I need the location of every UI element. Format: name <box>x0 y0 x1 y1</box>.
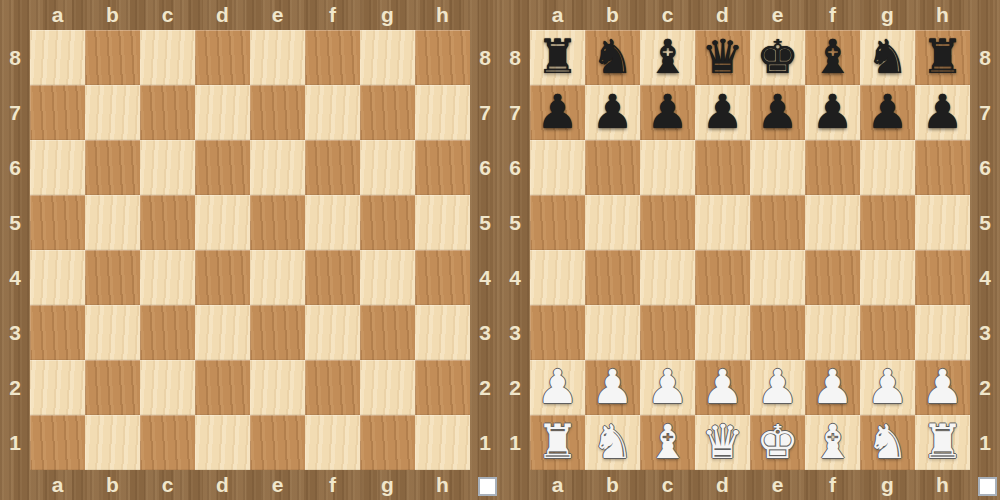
rank-label-right-2: 2 <box>970 360 1000 415</box>
rank-label-left-4: 4 <box>0 250 30 305</box>
square-d2[interactable] <box>195 360 250 415</box>
rank-label-left-8: 8 <box>500 30 530 85</box>
square-h1[interactable]: ♜ <box>915 415 970 470</box>
square-f2[interactable] <box>305 360 360 415</box>
square-f4[interactable] <box>805 250 860 305</box>
square-g1[interactable]: ♞ <box>860 415 915 470</box>
piece-white-pawn[interactable]: ♟ <box>646 363 688 410</box>
square-c4[interactable] <box>640 250 695 305</box>
file-label-bottom-h: h <box>415 470 470 500</box>
square-g6[interactable] <box>860 140 915 195</box>
square-f3[interactable] <box>305 305 360 360</box>
square-g2[interactable]: ♟ <box>860 360 915 415</box>
file-label-top-a: a <box>530 0 585 30</box>
rank-label-right-5: 5 <box>970 195 1000 250</box>
square-c5[interactable] <box>140 195 195 250</box>
piece-white-knight[interactable]: ♞ <box>591 418 633 465</box>
square-d7[interactable] <box>195 85 250 140</box>
square-c6[interactable] <box>640 140 695 195</box>
rank-label-left-5: 5 <box>500 195 530 250</box>
rank-label-left-4: 4 <box>500 250 530 305</box>
piece-white-pawn[interactable]: ♟ <box>921 363 963 410</box>
piece-white-rook[interactable]: ♜ <box>536 418 578 465</box>
square-g3[interactable] <box>360 305 415 360</box>
square-d4[interactable] <box>195 250 250 305</box>
file-label-bottom-d: d <box>695 470 750 500</box>
square-a4[interactable] <box>30 250 85 305</box>
square-e8[interactable] <box>250 30 305 85</box>
square-c1[interactable]: ♝ <box>640 415 695 470</box>
file-label-bottom-a: a <box>30 470 85 500</box>
piece-black-bishop[interactable]: ♝ <box>811 33 853 80</box>
rank-label-right-6: 6 <box>970 140 1000 195</box>
rank-label-right-5: 5 <box>470 195 500 250</box>
rank-label-left-7: 7 <box>500 85 530 140</box>
square-g4[interactable] <box>860 250 915 305</box>
piece-black-pawn[interactable]: ♟ <box>591 88 633 135</box>
piece-white-bishop[interactable]: ♝ <box>811 418 853 465</box>
square-g7[interactable]: ♟ <box>860 85 915 140</box>
frame-corner <box>970 470 1000 500</box>
square-c3[interactable] <box>140 305 195 360</box>
file-label-top-g: g <box>860 0 915 30</box>
piece-white-knight[interactable]: ♞ <box>866 418 908 465</box>
square-e8[interactable]: ♚ <box>750 30 805 85</box>
square-c1[interactable] <box>140 415 195 470</box>
square-a5[interactable] <box>30 195 85 250</box>
square-b1[interactable] <box>85 415 140 470</box>
piece-black-pawn[interactable]: ♟ <box>921 88 963 135</box>
square-e5[interactable] <box>250 195 305 250</box>
square-f1[interactable]: ♝ <box>805 415 860 470</box>
square-e4[interactable] <box>250 250 305 305</box>
square-a3[interactable] <box>30 305 85 360</box>
square-c6[interactable] <box>140 140 195 195</box>
square-f6[interactable] <box>805 140 860 195</box>
frame-corner <box>970 0 1000 30</box>
file-label-top-d: d <box>195 0 250 30</box>
square-c4[interactable] <box>140 250 195 305</box>
rank-label-right-1: 1 <box>970 415 1000 470</box>
rank-label-left-1: 1 <box>0 415 30 470</box>
piece-black-pawn[interactable]: ♟ <box>536 88 578 135</box>
square-h2[interactable]: ♟ <box>915 360 970 415</box>
piece-black-knight[interactable]: ♞ <box>866 33 908 80</box>
file-label-top-c: c <box>140 0 195 30</box>
rank-label-left-2: 2 <box>0 360 30 415</box>
square-d1[interactable] <box>195 415 250 470</box>
piece-white-pawn[interactable]: ♟ <box>866 363 908 410</box>
square-c8[interactable] <box>140 30 195 85</box>
square-f6[interactable] <box>305 140 360 195</box>
board-left: abcdefgh8877665544332211abcdefgh <box>0 0 500 500</box>
rank-label-right-8: 8 <box>470 30 500 85</box>
square-a4[interactable] <box>530 250 585 305</box>
square-h1[interactable] <box>415 415 470 470</box>
piece-black-king[interactable]: ♚ <box>756 33 798 80</box>
rank-label-right-3: 3 <box>470 305 500 360</box>
square-e3[interactable] <box>250 305 305 360</box>
file-label-top-d: d <box>695 0 750 30</box>
square-d3[interactable] <box>195 305 250 360</box>
square-b4[interactable] <box>585 250 640 305</box>
square-f7[interactable] <box>305 85 360 140</box>
frame-corner <box>0 470 30 500</box>
file-label-bottom-b: b <box>585 470 640 500</box>
rank-label-right-8: 8 <box>970 30 1000 85</box>
file-label-top-a: a <box>30 0 85 30</box>
square-a7[interactable]: ♟ <box>530 85 585 140</box>
square-a8[interactable]: ♜ <box>530 30 585 85</box>
piece-black-queen[interactable]: ♛ <box>701 33 743 80</box>
square-a3[interactable] <box>530 305 585 360</box>
file-label-top-c: c <box>640 0 695 30</box>
file-label-bottom-e: e <box>750 470 805 500</box>
square-b3[interactable] <box>85 305 140 360</box>
piece-white-pawn[interactable]: ♟ <box>756 363 798 410</box>
square-c2[interactable] <box>140 360 195 415</box>
file-label-bottom-d: d <box>195 470 250 500</box>
file-label-top-h: h <box>415 0 470 30</box>
square-e6[interactable] <box>250 140 305 195</box>
file-label-bottom-c: c <box>640 470 695 500</box>
piece-white-queen[interactable]: ♛ <box>701 418 743 465</box>
square-b7[interactable] <box>85 85 140 140</box>
square-e7[interactable]: ♟ <box>750 85 805 140</box>
white-to-move-indicator <box>978 477 997 496</box>
rank-label-right-3: 3 <box>970 305 1000 360</box>
square-e4[interactable] <box>750 250 805 305</box>
square-d2[interactable]: ♟ <box>695 360 750 415</box>
rank-label-left-2: 2 <box>500 360 530 415</box>
square-g7[interactable] <box>360 85 415 140</box>
square-b1[interactable]: ♞ <box>585 415 640 470</box>
piece-black-pawn[interactable]: ♟ <box>646 88 688 135</box>
square-a6[interactable] <box>30 140 85 195</box>
square-h6[interactable] <box>915 140 970 195</box>
file-label-top-b: b <box>585 0 640 30</box>
file-label-bottom-h: h <box>915 470 970 500</box>
square-f2[interactable]: ♟ <box>805 360 860 415</box>
frame-corner <box>470 470 500 500</box>
square-d5[interactable] <box>195 195 250 250</box>
square-b6[interactable] <box>85 140 140 195</box>
file-label-top-e: e <box>750 0 805 30</box>
square-a5[interactable] <box>530 195 585 250</box>
piece-white-bishop[interactable]: ♝ <box>646 418 688 465</box>
piece-black-knight[interactable]: ♞ <box>591 33 633 80</box>
square-a6[interactable] <box>530 140 585 195</box>
square-b5[interactable] <box>585 195 640 250</box>
square-a2[interactable] <box>30 360 85 415</box>
square-g6[interactable] <box>360 140 415 195</box>
square-g5[interactable] <box>360 195 415 250</box>
file-label-bottom-e: e <box>250 470 305 500</box>
square-b8[interactable] <box>85 30 140 85</box>
square-g5[interactable] <box>860 195 915 250</box>
square-h4[interactable] <box>415 250 470 305</box>
piece-white-rook[interactable]: ♜ <box>921 418 963 465</box>
square-h3[interactable] <box>915 305 970 360</box>
square-h7[interactable] <box>415 85 470 140</box>
file-label-top-b: b <box>85 0 140 30</box>
square-b4[interactable] <box>85 250 140 305</box>
square-f8[interactable]: ♝ <box>805 30 860 85</box>
piece-black-bishop[interactable]: ♝ <box>646 33 688 80</box>
rank-label-right-1: 1 <box>470 415 500 470</box>
square-d1[interactable]: ♛ <box>695 415 750 470</box>
square-d6[interactable] <box>195 140 250 195</box>
square-h5[interactable] <box>915 195 970 250</box>
file-label-bottom-b: b <box>85 470 140 500</box>
file-label-top-f: f <box>805 0 860 30</box>
square-h5[interactable] <box>415 195 470 250</box>
square-f3[interactable] <box>805 305 860 360</box>
square-d6[interactable] <box>695 140 750 195</box>
square-c5[interactable] <box>640 195 695 250</box>
piece-white-pawn[interactable]: ♟ <box>591 363 633 410</box>
frame-corner <box>500 470 530 500</box>
square-e7[interactable] <box>250 85 305 140</box>
rank-label-right-4: 4 <box>470 250 500 305</box>
white-to-move-indicator <box>478 477 497 496</box>
rank-label-left-5: 5 <box>0 195 30 250</box>
square-h7[interactable]: ♟ <box>915 85 970 140</box>
file-label-bottom-a: a <box>530 470 585 500</box>
square-d7[interactable]: ♟ <box>695 85 750 140</box>
square-g3[interactable] <box>860 305 915 360</box>
square-f5[interactable] <box>805 195 860 250</box>
square-a7[interactable] <box>30 85 85 140</box>
square-e6[interactable] <box>750 140 805 195</box>
square-g1[interactable] <box>360 415 415 470</box>
square-h8[interactable]: ♜ <box>915 30 970 85</box>
rank-label-left-6: 6 <box>500 140 530 195</box>
square-e2[interactable] <box>250 360 305 415</box>
square-d8[interactable] <box>195 30 250 85</box>
square-b2[interactable] <box>85 360 140 415</box>
square-g4[interactable] <box>360 250 415 305</box>
frame-corner <box>500 0 530 30</box>
square-h6[interactable] <box>415 140 470 195</box>
square-d4[interactable] <box>695 250 750 305</box>
rank-label-left-8: 8 <box>0 30 30 85</box>
square-h4[interactable] <box>915 250 970 305</box>
piece-white-pawn[interactable]: ♟ <box>536 363 578 410</box>
board-right: abcdefgh8♜♞♝♛♚♝♞♜87♟♟♟♟♟♟♟♟7665544332♟♟♟… <box>500 0 1000 500</box>
square-f4[interactable] <box>305 250 360 305</box>
square-e3[interactable] <box>750 305 805 360</box>
square-f1[interactable] <box>305 415 360 470</box>
square-g8[interactable] <box>360 30 415 85</box>
square-a1[interactable]: ♜ <box>530 415 585 470</box>
rank-label-left-3: 3 <box>500 305 530 360</box>
frame-corner <box>0 0 30 30</box>
rank-label-left-3: 3 <box>0 305 30 360</box>
square-b2[interactable]: ♟ <box>585 360 640 415</box>
square-c7[interactable]: ♟ <box>640 85 695 140</box>
file-label-top-f: f <box>305 0 360 30</box>
square-b8[interactable]: ♞ <box>585 30 640 85</box>
file-label-bottom-c: c <box>140 470 195 500</box>
file-label-bottom-g: g <box>860 470 915 500</box>
square-e2[interactable]: ♟ <box>750 360 805 415</box>
square-c3[interactable] <box>640 305 695 360</box>
frame-corner <box>470 0 500 30</box>
rank-label-left-7: 7 <box>0 85 30 140</box>
piece-black-rook[interactable]: ♜ <box>921 33 963 80</box>
file-label-bottom-f: f <box>805 470 860 500</box>
square-d8[interactable]: ♛ <box>695 30 750 85</box>
piece-white-king[interactable]: ♚ <box>756 418 798 465</box>
square-f7[interactable]: ♟ <box>805 85 860 140</box>
square-h2[interactable] <box>415 360 470 415</box>
square-h3[interactable] <box>415 305 470 360</box>
square-e5[interactable] <box>750 195 805 250</box>
rank-label-right-4: 4 <box>970 250 1000 305</box>
piece-white-pawn[interactable]: ♟ <box>811 363 853 410</box>
square-e1[interactable]: ♚ <box>750 415 805 470</box>
file-label-bottom-g: g <box>360 470 415 500</box>
square-c7[interactable] <box>140 85 195 140</box>
square-a8[interactable] <box>30 30 85 85</box>
rank-label-right-2: 2 <box>470 360 500 415</box>
square-g2[interactable] <box>360 360 415 415</box>
square-b5[interactable] <box>85 195 140 250</box>
square-d3[interactable] <box>695 305 750 360</box>
square-e1[interactable] <box>250 415 305 470</box>
piece-black-pawn[interactable]: ♟ <box>811 88 853 135</box>
rank-label-left-6: 6 <box>0 140 30 195</box>
rank-label-right-7: 7 <box>470 85 500 140</box>
square-b3[interactable] <box>585 305 640 360</box>
square-b6[interactable] <box>585 140 640 195</box>
file-label-top-e: e <box>250 0 305 30</box>
piece-black-pawn[interactable]: ♟ <box>866 88 908 135</box>
square-c2[interactable]: ♟ <box>640 360 695 415</box>
square-d5[interactable] <box>695 195 750 250</box>
square-b7[interactable]: ♟ <box>585 85 640 140</box>
rank-label-right-7: 7 <box>970 85 1000 140</box>
rank-label-left-1: 1 <box>500 415 530 470</box>
square-a1[interactable] <box>30 415 85 470</box>
piece-black-rook[interactable]: ♜ <box>536 33 578 80</box>
file-label-bottom-f: f <box>305 470 360 500</box>
square-c8[interactable]: ♝ <box>640 30 695 85</box>
file-label-top-h: h <box>915 0 970 30</box>
piece-white-pawn[interactable]: ♟ <box>701 363 743 410</box>
piece-black-pawn[interactable]: ♟ <box>756 88 798 135</box>
square-g8[interactable]: ♞ <box>860 30 915 85</box>
piece-black-pawn[interactable]: ♟ <box>701 88 743 135</box>
square-h8[interactable] <box>415 30 470 85</box>
square-f8[interactable] <box>305 30 360 85</box>
file-label-top-g: g <box>360 0 415 30</box>
square-f5[interactable] <box>305 195 360 250</box>
square-a2[interactable]: ♟ <box>530 360 585 415</box>
rank-label-right-6: 6 <box>470 140 500 195</box>
